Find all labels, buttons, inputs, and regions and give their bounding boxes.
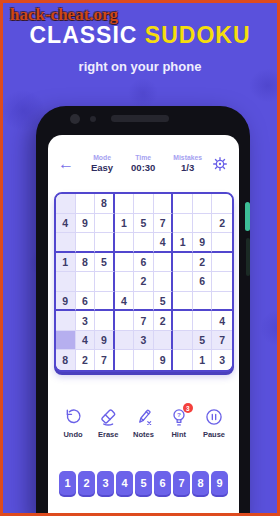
cell-r7c4[interactable] [115,311,135,331]
sudoku-board: 849157241918562269645372449357827913 [54,192,234,372]
cell-r3c3[interactable] [95,233,115,253]
notes-label: Notes [133,430,154,439]
numpad-9[interactable]: 9 [211,471,228,495]
cell-r1c6[interactable] [154,194,174,214]
cell-r4c3[interactable]: 5 [95,253,115,273]
cell-r5c7[interactable] [173,272,193,292]
cell-r8c5[interactable]: 3 [134,331,154,351]
cell-r1c7[interactable] [173,194,193,214]
erase-button[interactable]: Erase [93,407,123,449]
toolbar: Undo Erase [58,407,229,449]
cell-r8c2[interactable]: 4 [76,331,96,351]
screenshot-frame: hack-cheat.org CLASSIC SUDOKU right on y… [0,0,280,516]
settings-gear-icon[interactable] [211,155,229,173]
stat-time: Time 00:30 [131,154,155,174]
cell-r8c3[interactable]: 9 [95,331,115,351]
game-stats: Mode Easy Time 00:30 Mistakes 1/3 [82,154,211,174]
cell-r1c5[interactable] [134,194,154,214]
cell-r6c1[interactable]: 9 [56,292,76,312]
hint-badge: 3 [183,403,193,413]
cell-r2c7[interactable] [173,214,193,234]
erase-label: Erase [98,430,118,439]
cell-r4c5[interactable]: 6 [134,253,154,273]
title-classic: CLASSIC [29,22,137,48]
stat-mode: Mode Easy [91,154,113,174]
cell-r4c9[interactable] [212,253,232,273]
cell-r7c1[interactable] [56,311,76,331]
numpad-2[interactable]: 2 [78,471,95,495]
pause-icon [204,407,224,427]
cell-r5c9[interactable] [212,272,232,292]
numpad-1[interactable]: 1 [59,471,76,495]
cell-r5c5[interactable]: 2 [134,272,154,292]
hint-button[interactable]: ? 3 Hint [164,407,194,449]
title-sudoku: SUDOKU [145,22,251,48]
cell-r1c3[interactable]: 8 [95,194,115,214]
back-arrow-icon[interactable]: ← [58,156,82,172]
numpad-6[interactable]: 6 [154,471,171,495]
cell-r5c1[interactable] [56,272,76,292]
svg-text:?: ? [177,411,181,418]
cell-r7c2[interactable]: 3 [76,311,96,331]
cell-r8c4[interactable] [115,331,135,351]
cell-r7c9[interactable]: 4 [212,311,232,331]
phone-mockup: ← Mode Easy Time 00:30 Mistakes 1/3 [36,106,250,516]
stat-mistakes: Mistakes 1/3 [173,154,202,174]
cell-r9c8[interactable]: 1 [193,350,213,370]
volume-button [246,238,250,276]
cell-r2c3[interactable] [95,214,115,234]
cell-r3c4[interactable] [115,233,135,253]
cell-r3c8[interactable]: 9 [193,233,213,253]
mode-label: Mode [91,154,113,162]
cell-r8c9[interactable]: 7 [212,331,232,351]
numpad-7[interactable]: 7 [173,471,190,495]
cell-r6c8[interactable] [193,292,213,312]
cell-r6c9[interactable] [212,292,232,312]
camera-dot-large [70,114,80,124]
cell-r4c2[interactable]: 8 [76,253,96,273]
cell-r2c9[interactable]: 2 [212,214,232,234]
cell-r9c1[interactable]: 8 [56,350,76,370]
cell-r8c8[interactable]: 5 [193,331,213,351]
cell-r6c4[interactable]: 4 [115,292,135,312]
pause-label: Pause [203,430,225,439]
pencil-icon [134,407,154,427]
cell-r6c3[interactable] [95,292,115,312]
undo-label: Undo [63,430,82,439]
cell-r8c6[interactable] [154,331,174,351]
cell-r4c1[interactable]: 1 [56,253,76,273]
cell-r3c6[interactable]: 4 [154,233,174,253]
cell-r7c8[interactable] [193,311,213,331]
cell-r8c1[interactable] [56,331,76,351]
hint-label: Hint [171,430,186,439]
cell-r9c6[interactable]: 9 [154,350,174,370]
cell-r3c2[interactable] [76,233,96,253]
cell-r9c9[interactable]: 3 [212,350,232,370]
cell-r6c7[interactable] [173,292,193,312]
cell-r6c5[interactable] [134,292,154,312]
cell-r9c7[interactable] [173,350,193,370]
cell-r3c1[interactable] [56,233,76,253]
cell-r3c9[interactable] [212,233,232,253]
mistakes-value: 1/3 [173,162,202,174]
cell-r9c3[interactable]: 7 [95,350,115,370]
numpad-8[interactable]: 8 [192,471,209,495]
cell-r2c8[interactable] [193,214,213,234]
cell-r4c7[interactable] [173,253,193,273]
pause-button[interactable]: Pause [199,407,229,449]
mistakes-label: Mistakes [173,154,202,162]
cell-r1c9[interactable] [212,194,232,214]
cell-r9c5[interactable] [134,350,154,370]
watermark-text: hack-cheat.org [10,5,118,25]
cell-r4c8[interactable]: 2 [193,253,213,273]
cell-r7c5[interactable]: 7 [134,311,154,331]
cell-r9c4[interactable] [115,350,135,370]
numpad-5[interactable]: 5 [135,471,152,495]
cell-r2c5[interactable]: 5 [134,214,154,234]
time-label: Time [131,154,155,162]
cell-r9c2[interactable]: 2 [76,350,96,370]
numpad-3[interactable]: 3 [97,471,114,495]
undo-icon [63,407,83,427]
cell-r4c6[interactable] [154,253,174,273]
cell-r5c8[interactable]: 6 [193,272,213,292]
cell-r8c7[interactable] [173,331,193,351]
cell-r6c2[interactable]: 6 [76,292,96,312]
camera-dot-small [90,116,96,122]
page-subtitle: right on your phone [3,59,277,74]
cell-r5c3[interactable] [95,272,115,292]
number-pad: 1 2 3 4 5 6 7 8 9 [48,471,239,495]
cell-r2c4[interactable]: 1 [115,214,135,234]
cell-r7c7[interactable] [173,311,193,331]
cell-r1c4[interactable] [115,194,135,214]
cell-r7c6[interactable]: 2 [154,311,174,331]
cell-r5c4[interactable] [115,272,135,292]
cell-r3c5[interactable] [134,233,154,253]
cell-r5c6[interactable] [154,272,174,292]
mode-value: Easy [91,162,113,174]
eraser-icon [98,407,118,427]
cell-r1c8[interactable] [193,194,213,214]
cell-r4c4[interactable] [115,253,135,273]
cell-r5c2[interactable] [76,272,96,292]
time-value: 00:30 [131,162,155,174]
cell-r1c2[interactable] [76,194,96,214]
speaker-slot [111,115,169,122]
numpad-4[interactable]: 4 [116,471,133,495]
cell-r7c3[interactable] [95,311,115,331]
cell-r2c1[interactable]: 4 [56,214,76,234]
top-bar: ← Mode Easy Time 00:30 Mistakes 1/3 [48,149,239,179]
cell-r3c7[interactable]: 1 [173,233,193,253]
cell-r6c6[interactable]: 5 [154,292,174,312]
notes-button[interactable]: Notes [129,407,159,449]
power-button [245,202,250,231]
page-title: CLASSIC SUDOKU [3,22,277,49]
cell-r1c1[interactable] [56,194,76,214]
cell-r2c6[interactable]: 7 [154,214,174,234]
cell-r2c2[interactable]: 9 [76,214,96,234]
app-screen: ← Mode Easy Time 00:30 Mistakes 1/3 [48,135,239,516]
undo-button[interactable]: Undo [58,407,88,449]
